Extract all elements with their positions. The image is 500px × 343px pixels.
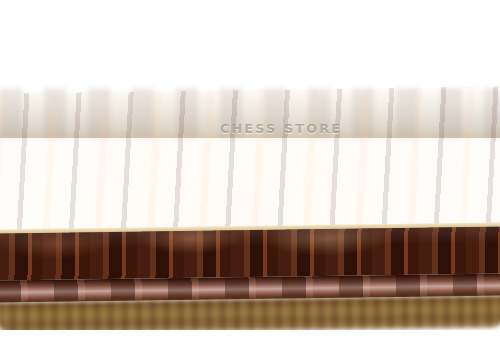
board-blurred-edge — [0, 295, 500, 334]
bottom-white-margin — [0, 330, 500, 343]
board-border — [0, 226, 500, 280]
watermark: CHESS STORE — [220, 121, 342, 136]
chessboard — [0, 87, 500, 232]
chess-set-product-photo: CHESS STORE — [0, 0, 500, 343]
board-group — [0, 0, 500, 343]
